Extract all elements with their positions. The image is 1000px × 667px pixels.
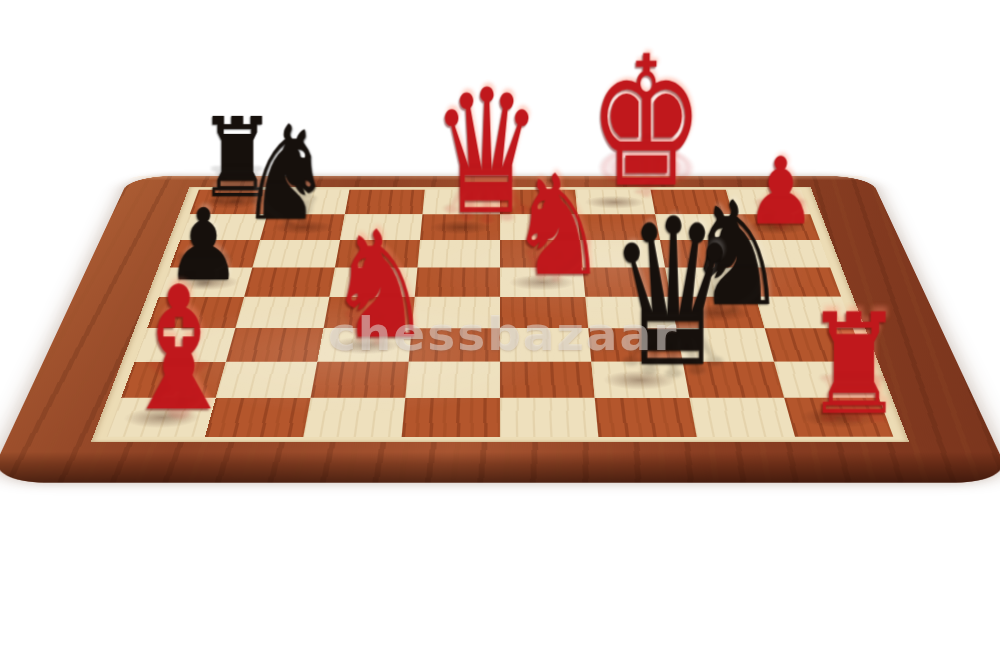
square-e4 [500, 297, 588, 328]
piece-red-queen-d7: ♛ [431, 67, 488, 239]
square-d1 [402, 398, 500, 437]
square-b3 [226, 328, 324, 362]
square-a1: ♝ [107, 398, 216, 437]
piece-red-rook-h1: ♜ [804, 295, 882, 434]
square-h1: ♜ [784, 398, 893, 437]
board-grid: ♜♚♞♛♟♟♞♞♞♛♝♜ [107, 190, 894, 437]
piece-black-queen-f2: ♛ [608, 192, 676, 395]
square-g1 [689, 398, 795, 437]
square-c3: ♞ [317, 328, 411, 362]
square-e2 [500, 362, 595, 398]
board-front-edge [0, 452, 1000, 483]
square-b5 [244, 268, 335, 297]
square-e1 [500, 398, 598, 437]
product-photo: ♜♚♞♛♟♟♞♞♞♛♝♜ chessbazaar [0, 0, 1000, 667]
square-f2: ♛ [591, 362, 689, 398]
square-f1 [595, 398, 697, 437]
piece-red-knight-c3: ♞ [327, 211, 400, 359]
square-b4 [235, 297, 329, 328]
square-c2 [311, 362, 409, 398]
board-border-line: ♜♚♞♛♟♟♞♞♞♛♝♜ [91, 187, 910, 443]
square-e3 [500, 328, 591, 362]
square-d2 [405, 362, 500, 398]
piece-black-knight-b7: ♞ [268, 108, 332, 238]
chess-board: ♜♚♞♛♟♟♞♞♞♛♝♜ [0, 176, 1000, 483]
square-e5: ♞ [500, 268, 585, 297]
square-c1 [303, 398, 405, 437]
piece-red-bishop-a1: ♝ [117, 263, 195, 434]
